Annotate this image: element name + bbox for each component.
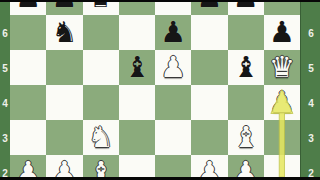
piece-black-pawn-g7[interactable]: ♟ <box>228 0 264 15</box>
rank-label-5: 5 <box>301 62 320 73</box>
piece-black-pawn-b7[interactable]: ♟ <box>46 0 82 15</box>
piece-black-pawn-e6[interactable]: ♟ <box>155 15 191 50</box>
square-e3[interactable] <box>155 120 191 155</box>
square-f4[interactable] <box>191 85 227 120</box>
chess-board-frame: 65432 65432 ♟♟♛♟♟♞♟♟♝♟♝♛♟♞♝♟♟♝♟♟ <box>0 0 320 180</box>
piece-white-queen-h5[interactable]: ♛ <box>264 50 300 85</box>
square-f3[interactable] <box>191 120 227 155</box>
square-d6[interactable] <box>119 15 155 50</box>
piece-white-knight-c3[interactable]: ♞ <box>83 120 119 155</box>
square-a3[interactable] <box>10 120 46 155</box>
rank-label-5: 5 <box>0 62 10 73</box>
rank-label-4: 4 <box>0 97 10 108</box>
piece-black-bishop-d5[interactable]: ♝ <box>119 50 155 85</box>
square-b3[interactable] <box>46 120 82 155</box>
rank-label-6: 6 <box>0 27 10 38</box>
square-c5[interactable] <box>83 50 119 85</box>
square-f5[interactable] <box>191 50 227 85</box>
square-a4[interactable] <box>10 85 46 120</box>
square-e4[interactable] <box>155 85 191 120</box>
piece-white-pawn-h4[interactable]: ♟ <box>264 85 300 120</box>
piece-black-bishop-g5[interactable]: ♝ <box>228 50 264 85</box>
rank-label-3: 3 <box>301 132 320 143</box>
piece-white-pawn-e5[interactable]: ♟ <box>155 50 191 85</box>
square-f6[interactable] <box>191 15 227 50</box>
square-d7[interactable] <box>119 0 155 15</box>
square-b4[interactable] <box>46 85 82 120</box>
piece-black-pawn-h6[interactable]: ♟ <box>264 15 300 50</box>
piece-black-pawn-f7[interactable]: ♟ <box>191 0 227 15</box>
piece-white-bishop-g3[interactable]: ♝ <box>228 120 264 155</box>
square-d3[interactable] <box>119 120 155 155</box>
square-d4[interactable] <box>119 85 155 120</box>
left-coordinate-strip: 65432 <box>0 0 10 180</box>
piece-black-pawn-a7[interactable]: ♟ <box>10 0 46 15</box>
square-g4[interactable] <box>228 85 264 120</box>
square-g6[interactable] <box>228 15 264 50</box>
square-c4[interactable] <box>83 85 119 120</box>
square-b5[interactable] <box>46 50 82 85</box>
rank-label-3: 3 <box>0 132 10 143</box>
square-e7[interactable] <box>155 0 191 15</box>
bottom-frame-bar <box>0 177 320 180</box>
square-a6[interactable] <box>10 15 46 50</box>
piece-black-knight-b6[interactable]: ♞ <box>46 15 82 50</box>
square-a5[interactable] <box>10 50 46 85</box>
square-h7[interactable] <box>264 0 300 15</box>
top-frame-bar <box>0 0 320 2</box>
square-c6[interactable] <box>83 15 119 50</box>
piece-black-queen-c7[interactable]: ♛ <box>83 0 119 15</box>
rank-label-6: 6 <box>301 27 320 38</box>
rank-label-4: 4 <box>301 97 320 108</box>
square-h3[interactable] <box>264 120 300 155</box>
right-coordinate-strip: 65432 <box>300 0 320 180</box>
